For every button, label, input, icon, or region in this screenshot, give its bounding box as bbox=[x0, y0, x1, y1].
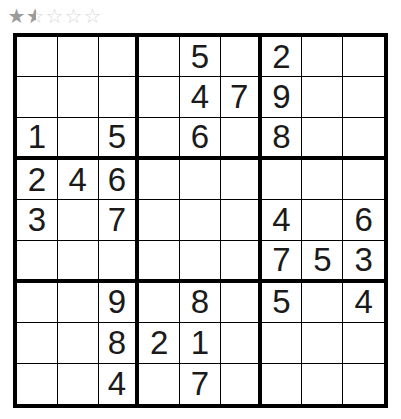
cell-r2c3[interactable] bbox=[99, 77, 140, 117]
cell-r7c2[interactable] bbox=[58, 283, 99, 323]
cell-r8c7[interactable] bbox=[262, 323, 303, 363]
cell-r3c3: 5 bbox=[99, 118, 140, 160]
cell-r1c5: 5 bbox=[180, 37, 221, 77]
cell-r1c3[interactable] bbox=[99, 37, 140, 77]
cell-r6c5[interactable] bbox=[180, 241, 221, 283]
cell-r2c8[interactable] bbox=[302, 77, 343, 117]
cell-r9c8[interactable] bbox=[302, 364, 343, 404]
cell-r7c5: 8 bbox=[180, 283, 221, 323]
cell-r3c7: 8 bbox=[262, 118, 303, 160]
cell-r9c3: 4 bbox=[99, 364, 140, 404]
cell-r3c9[interactable] bbox=[343, 118, 384, 160]
cell-r5c2[interactable] bbox=[58, 200, 99, 240]
sudoku-page: ★☆★☆☆☆ 5247915682463746753985482147 bbox=[0, 0, 401, 419]
star-empty-icon: ☆ bbox=[64, 6, 83, 26]
cell-r2c7: 9 bbox=[262, 77, 303, 117]
cell-r4c5[interactable] bbox=[180, 160, 221, 200]
cell-r5c8[interactable] bbox=[302, 200, 343, 240]
cell-r9c5: 7 bbox=[180, 364, 221, 404]
cell-r3c5: 6 bbox=[180, 118, 221, 160]
sudoku-board: 5247915682463746753985482147 bbox=[13, 33, 388, 408]
cell-r5c1: 3 bbox=[17, 200, 58, 240]
cell-r6c3[interactable] bbox=[99, 241, 140, 283]
cell-r3c8[interactable] bbox=[302, 118, 343, 160]
cell-r1c8[interactable] bbox=[302, 37, 343, 77]
cell-r4c2: 4 bbox=[58, 160, 99, 200]
cell-r2c6: 7 bbox=[221, 77, 262, 117]
cell-r7c1[interactable] bbox=[17, 283, 58, 323]
cell-r1c4[interactable] bbox=[139, 37, 180, 77]
difficulty-rating: ★☆★☆☆☆ bbox=[7, 4, 102, 28]
cell-r9c2[interactable] bbox=[58, 364, 99, 404]
cell-r4c6[interactable] bbox=[221, 160, 262, 200]
cell-r1c6[interactable] bbox=[221, 37, 262, 77]
cell-r2c4[interactable] bbox=[139, 77, 180, 117]
cell-r4c8[interactable] bbox=[302, 160, 343, 200]
star-empty-icon: ☆ bbox=[45, 6, 64, 26]
cell-r8c9[interactable] bbox=[343, 323, 384, 363]
cell-r9c9[interactable] bbox=[343, 364, 384, 404]
cell-r4c7[interactable] bbox=[262, 160, 303, 200]
cell-r3c2[interactable] bbox=[58, 118, 99, 160]
cell-r7c6[interactable] bbox=[221, 283, 262, 323]
star-half-icon: ☆★ bbox=[26, 6, 45, 26]
cell-r9c4[interactable] bbox=[139, 364, 180, 404]
cell-r9c1[interactable] bbox=[17, 364, 58, 404]
cell-r5c3: 7 bbox=[99, 200, 140, 240]
cell-r2c9[interactable] bbox=[343, 77, 384, 117]
sudoku-grid: 5247915682463746753985482147 bbox=[17, 37, 384, 404]
cell-r9c6[interactable] bbox=[221, 364, 262, 404]
cell-r7c8[interactable] bbox=[302, 283, 343, 323]
cell-r4c3: 6 bbox=[99, 160, 140, 200]
cell-r5c6[interactable] bbox=[221, 200, 262, 240]
cell-r7c3: 9 bbox=[99, 283, 140, 323]
cell-r8c8[interactable] bbox=[302, 323, 343, 363]
cell-r5c5[interactable] bbox=[180, 200, 221, 240]
cell-r8c2[interactable] bbox=[58, 323, 99, 363]
cell-r8c6[interactable] bbox=[221, 323, 262, 363]
star-empty-icon: ☆ bbox=[83, 6, 102, 26]
cell-r6c1[interactable] bbox=[17, 241, 58, 283]
cell-r8c3: 8 bbox=[99, 323, 140, 363]
cell-r6c4[interactable] bbox=[139, 241, 180, 283]
cell-r5c7: 4 bbox=[262, 200, 303, 240]
cell-r7c9: 4 bbox=[343, 283, 384, 323]
cell-r1c1[interactable] bbox=[17, 37, 58, 77]
cell-r2c5: 4 bbox=[180, 77, 221, 117]
cell-r8c1[interactable] bbox=[17, 323, 58, 363]
cell-r1c2[interactable] bbox=[58, 37, 99, 77]
cell-r6c6[interactable] bbox=[221, 241, 262, 283]
cell-r3c4[interactable] bbox=[139, 118, 180, 160]
cell-r6c7: 7 bbox=[262, 241, 303, 283]
cell-r6c2[interactable] bbox=[58, 241, 99, 283]
cell-r2c2[interactable] bbox=[58, 77, 99, 117]
cell-r5c4[interactable] bbox=[139, 200, 180, 240]
cell-r1c7: 2 bbox=[262, 37, 303, 77]
cell-r4c4[interactable] bbox=[139, 160, 180, 200]
cell-r8c4: 2 bbox=[139, 323, 180, 363]
star-filled-icon: ★ bbox=[7, 6, 26, 26]
cell-r2c1[interactable] bbox=[17, 77, 58, 117]
cell-r3c1: 1 bbox=[17, 118, 58, 160]
cell-r7c4[interactable] bbox=[139, 283, 180, 323]
cell-r4c9[interactable] bbox=[343, 160, 384, 200]
cell-r9c7[interactable] bbox=[262, 364, 303, 404]
cell-r8c5: 1 bbox=[180, 323, 221, 363]
cell-r4c1: 2 bbox=[17, 160, 58, 200]
cell-r7c7: 5 bbox=[262, 283, 303, 323]
cell-r6c9: 3 bbox=[343, 241, 384, 283]
cell-r1c9[interactable] bbox=[343, 37, 384, 77]
cell-r6c8: 5 bbox=[302, 241, 343, 283]
cell-r5c9: 6 bbox=[343, 200, 384, 240]
cell-r3c6[interactable] bbox=[221, 118, 262, 160]
